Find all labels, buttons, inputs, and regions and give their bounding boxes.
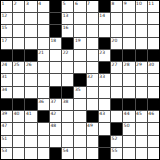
cell-r1c7[interactable]: 6 xyxy=(74,1,85,12)
clue-number-45: 45 xyxy=(136,111,142,116)
cell-r10c7[interactable] xyxy=(74,111,85,122)
clue-number-30: 30 xyxy=(148,62,154,67)
cell-r8c10[interactable] xyxy=(111,87,122,98)
cell-r8c12[interactable] xyxy=(136,87,147,98)
black-cell-r5c13 xyxy=(148,50,159,61)
cell-r7c9[interactable]: 33 xyxy=(99,74,110,85)
black-cell-r13c9 xyxy=(99,148,110,159)
cell-r1c3[interactable]: 3 xyxy=(25,1,36,12)
cell-r8c11[interactable] xyxy=(123,87,134,98)
cell-r13c11[interactable] xyxy=(123,148,134,159)
cell-r6c5[interactable] xyxy=(50,62,61,73)
cell-r12c4[interactable] xyxy=(38,136,49,147)
black-cell-r10c4 xyxy=(38,111,49,122)
clue-number-40: 40 xyxy=(14,111,20,116)
black-cell-r5c10 xyxy=(111,50,122,61)
cell-r7c5[interactable] xyxy=(50,74,61,85)
cell-r4c1[interactable]: 17 xyxy=(1,38,12,49)
black-cell-r9c12 xyxy=(136,99,147,110)
cell-r11c5[interactable]: 48 xyxy=(50,123,61,134)
cell-r3c2[interactable] xyxy=(13,25,24,36)
cell-r6c12[interactable]: 29 xyxy=(136,62,147,73)
clue-number-21: 21 xyxy=(38,50,44,55)
cell-r3c13[interactable] xyxy=(148,25,159,36)
clue-number-4: 4 xyxy=(38,1,41,6)
clue-number-48: 48 xyxy=(50,123,56,128)
cell-r2c10[interactable] xyxy=(111,13,122,24)
black-cell-r5c12 xyxy=(136,50,147,61)
clue-number-36: 36 xyxy=(38,99,44,104)
cell-r4c12[interactable] xyxy=(136,38,147,49)
cell-r12c11[interactable] xyxy=(123,136,134,147)
cell-r10c5[interactable]: 42 xyxy=(50,111,61,122)
clue-number-25: 25 xyxy=(14,62,20,67)
cell-r5c4[interactable]: 21 xyxy=(38,50,49,61)
black-cell-r5c1 xyxy=(1,50,12,61)
cell-r13c4[interactable] xyxy=(38,148,49,159)
clue-number-41: 41 xyxy=(26,111,32,116)
cell-r3c6[interactable]: 16 xyxy=(62,25,73,36)
clue-number-13: 13 xyxy=(63,13,69,18)
cell-r3c7[interactable] xyxy=(74,25,85,36)
cell-r12c5[interactable] xyxy=(50,136,61,147)
cell-r10c11[interactable]: 44 xyxy=(123,111,134,122)
cell-r3c9[interactable] xyxy=(99,25,110,36)
black-cell-r1c5 xyxy=(50,1,61,12)
cell-r11c6[interactable] xyxy=(62,123,73,134)
black-cell-r4c9 xyxy=(99,38,110,49)
cell-r11c9[interactable] xyxy=(99,123,110,134)
clue-number-6: 6 xyxy=(75,1,78,6)
cell-r2c2[interactable] xyxy=(13,13,24,24)
cell-r13c3[interactable] xyxy=(25,148,36,159)
clue-number-43: 43 xyxy=(99,111,105,116)
cell-r6c2[interactable]: 25 xyxy=(13,62,24,73)
cell-r10c13[interactable]: 46 xyxy=(148,111,159,122)
clue-number-51: 51 xyxy=(2,136,8,141)
cell-r2c13[interactable] xyxy=(148,13,159,24)
cell-r11c8[interactable]: 49 xyxy=(87,123,98,134)
black-cell-r9c10 xyxy=(111,99,122,110)
cell-r11c7[interactable] xyxy=(74,123,85,134)
cell-r8c2[interactable] xyxy=(13,87,24,98)
cell-r10c6[interactable] xyxy=(62,111,73,122)
cell-r10c1[interactable]: 39 xyxy=(1,111,12,122)
clue-number-46: 46 xyxy=(148,111,154,116)
black-cell-r12c9 xyxy=(99,136,110,147)
cell-r12c13[interactable] xyxy=(148,136,159,147)
black-cell-r10c8 xyxy=(87,111,98,122)
cell-r3c4[interactable] xyxy=(38,25,49,36)
clue-number-22: 22 xyxy=(63,50,69,55)
clue-number-55: 55 xyxy=(112,148,118,153)
cell-r6c10[interactable]: 27 xyxy=(111,62,122,73)
cell-r13c6[interactable]: 54 xyxy=(62,148,73,159)
black-cell-r9c3 xyxy=(25,99,36,110)
cell-r7c13[interactable] xyxy=(148,74,159,85)
clue-number-10: 10 xyxy=(136,1,142,6)
black-cell-r5c2 xyxy=(13,50,24,61)
cell-r4c3[interactable] xyxy=(25,38,36,49)
clue-number-33: 33 xyxy=(99,74,105,79)
cell-r1c13[interactable]: 11 xyxy=(148,1,159,12)
clue-number-27: 27 xyxy=(112,62,118,67)
cell-r10c3[interactable]: 41 xyxy=(25,111,36,122)
black-cell-r11c10 xyxy=(111,123,122,134)
clue-number-35: 35 xyxy=(75,87,81,92)
black-cell-r3c5 xyxy=(50,25,61,36)
cell-r2c9[interactable]: 14 xyxy=(99,13,110,24)
cell-r2c12[interactable] xyxy=(136,13,147,24)
cell-r2c6[interactable]: 13 xyxy=(62,13,73,24)
cell-r8c8[interactable] xyxy=(87,87,98,98)
black-cell-r9c13 xyxy=(148,99,159,110)
cell-r7c8[interactable]: 32 xyxy=(87,74,98,85)
clue-number-7: 7 xyxy=(87,1,90,6)
cell-r5c9[interactable]: 23 xyxy=(99,50,110,61)
cell-r6c3[interactable]: 26 xyxy=(25,62,36,73)
cell-r7c12[interactable] xyxy=(136,74,147,85)
clue-number-3: 3 xyxy=(26,1,29,6)
cell-r9c8[interactable] xyxy=(87,99,98,110)
cell-r6c1[interactable]: 24 xyxy=(1,62,12,73)
cell-r11c2[interactable] xyxy=(13,123,24,134)
cell-r4c4[interactable] xyxy=(38,38,49,49)
cell-r1c12[interactable]: 10 xyxy=(136,1,147,12)
clue-number-37: 37 xyxy=(50,99,56,104)
cell-r2c7[interactable] xyxy=(74,13,85,24)
cell-r8c4[interactable] xyxy=(38,87,49,98)
black-cell-r5c3 xyxy=(25,50,36,61)
cell-r8c13[interactable] xyxy=(148,87,159,98)
cell-r7c10[interactable] xyxy=(111,74,122,85)
cell-r11c1[interactable]: 47 xyxy=(1,123,12,134)
cell-r7c2[interactable] xyxy=(13,74,24,85)
black-cell-r9c1 xyxy=(1,99,12,110)
cell-r4c5[interactable]: 18 xyxy=(50,38,61,49)
cell-r6c4[interactable] xyxy=(38,62,49,73)
crossword-grid: 1234567891011121314151617181920212223242… xyxy=(0,0,160,160)
cell-r7c6[interactable] xyxy=(62,74,73,85)
cell-r4c11[interactable] xyxy=(123,38,134,49)
clue-number-15: 15 xyxy=(2,25,8,30)
cell-r4c13[interactable] xyxy=(148,38,159,49)
clue-number-52: 52 xyxy=(112,136,118,141)
clue-number-9: 9 xyxy=(124,1,127,6)
cell-r7c3[interactable] xyxy=(25,74,36,85)
clue-number-39: 39 xyxy=(2,111,8,116)
clue-number-18: 18 xyxy=(50,38,56,43)
clue-number-44: 44 xyxy=(124,111,130,116)
clue-number-28: 28 xyxy=(124,62,130,67)
clue-number-8: 8 xyxy=(112,1,115,6)
clue-number-14: 14 xyxy=(99,13,105,18)
cell-r12c1[interactable]: 51 xyxy=(1,136,12,147)
cell-r3c10[interactable] xyxy=(111,25,122,36)
cell-r1c10[interactable]: 8 xyxy=(111,1,122,12)
cell-r2c11[interactable] xyxy=(123,13,134,24)
black-cell-r9c11 xyxy=(123,99,134,110)
cell-r5c7[interactable] xyxy=(74,50,85,61)
cell-r12c10[interactable]: 52 xyxy=(111,136,122,147)
cell-r12c7[interactable] xyxy=(74,136,85,147)
cell-r9c4[interactable]: 36 xyxy=(38,99,49,110)
cell-r10c9[interactable]: 43 xyxy=(99,111,110,122)
cell-r8c1[interactable]: 34 xyxy=(1,87,12,98)
clue-number-23: 23 xyxy=(99,50,105,55)
cell-r6c8[interactable] xyxy=(87,62,98,73)
cell-r13c10[interactable]: 55 xyxy=(111,148,122,159)
black-cell-r4c6 xyxy=(62,38,73,49)
cell-r12c8[interactable] xyxy=(87,136,98,147)
cell-r8c7[interactable]: 35 xyxy=(74,87,85,98)
clue-number-5: 5 xyxy=(63,1,66,6)
cell-r5c8[interactable] xyxy=(87,50,98,61)
clue-number-19: 19 xyxy=(75,38,81,43)
cell-r12c2[interactable] xyxy=(13,136,24,147)
clue-number-47: 47 xyxy=(2,123,8,128)
black-cell-r8c5 xyxy=(50,87,61,98)
clue-number-42: 42 xyxy=(50,111,56,116)
cell-r8c3[interactable] xyxy=(25,87,36,98)
cell-r3c1[interactable]: 15 xyxy=(1,25,12,36)
black-cell-r9c2 xyxy=(13,99,24,110)
cell-r6c11[interactable]: 28 xyxy=(123,62,134,73)
black-cell-r7c7 xyxy=(74,74,85,85)
cell-r12c6[interactable] xyxy=(62,136,73,147)
cell-r3c3[interactable] xyxy=(25,25,36,36)
black-cell-r5c11 xyxy=(123,50,134,61)
cell-r13c12[interactable] xyxy=(136,148,147,159)
cell-r9c6[interactable]: 38 xyxy=(62,99,73,110)
clue-number-32: 32 xyxy=(87,74,93,79)
clue-number-26: 26 xyxy=(26,62,32,67)
cell-r10c12[interactable]: 45 xyxy=(136,111,147,122)
cell-r6c13[interactable]: 30 xyxy=(148,62,159,73)
cell-r6c6[interactable] xyxy=(62,62,73,73)
cell-r11c4[interactable] xyxy=(38,123,49,134)
cell-r11c3[interactable] xyxy=(25,123,36,134)
cell-r2c4[interactable] xyxy=(38,13,49,24)
cell-r6c7[interactable] xyxy=(74,62,85,73)
cell-r9c7[interactable] xyxy=(74,99,85,110)
clue-number-34: 34 xyxy=(2,87,8,92)
clue-number-1: 1 xyxy=(2,1,5,6)
black-cell-r6c9 xyxy=(99,62,110,73)
cell-r13c1[interactable]: 53 xyxy=(1,148,12,159)
cell-r10c2[interactable]: 40 xyxy=(13,111,24,122)
clue-number-12: 12 xyxy=(2,13,8,18)
cell-r3c12[interactable] xyxy=(136,25,147,36)
black-cell-r13c5 xyxy=(50,148,61,159)
cell-r10c10[interactable] xyxy=(111,111,122,122)
cell-r4c10[interactable]: 20 xyxy=(111,38,122,49)
cell-r2c3[interactable] xyxy=(25,13,36,24)
cell-r3c11[interactable] xyxy=(123,25,134,36)
cell-r4c2[interactable] xyxy=(13,38,24,49)
clue-number-53: 53 xyxy=(2,148,8,153)
cell-r9c5[interactable]: 37 xyxy=(50,99,61,110)
clue-number-29: 29 xyxy=(136,62,142,67)
cell-r11c13[interactable] xyxy=(148,123,159,134)
cell-r5c6[interactable]: 22 xyxy=(62,50,73,61)
clue-number-49: 49 xyxy=(87,123,93,128)
cell-r8c9[interactable] xyxy=(99,87,110,98)
black-cell-r1c9 xyxy=(99,1,110,12)
cell-r4c8[interactable] xyxy=(87,38,98,49)
cell-r2c8[interactable] xyxy=(87,13,98,24)
cell-r13c2[interactable] xyxy=(13,148,24,159)
clue-number-54: 54 xyxy=(63,148,69,153)
cell-r1c2[interactable]: 2 xyxy=(13,1,24,12)
clue-number-24: 24 xyxy=(2,62,8,67)
cell-r1c11[interactable]: 9 xyxy=(123,1,134,12)
cell-r3c8[interactable] xyxy=(87,25,98,36)
cell-r11c12[interactable] xyxy=(136,123,147,134)
cell-r7c4[interactable] xyxy=(38,74,49,85)
cell-r1c4[interactable]: 4 xyxy=(38,1,49,12)
clue-number-31: 31 xyxy=(2,74,8,79)
cell-r11c11[interactable]: 50 xyxy=(123,123,134,134)
clue-number-2: 2 xyxy=(14,1,17,6)
cell-r13c13[interactable] xyxy=(148,148,159,159)
cell-r12c12[interactable] xyxy=(136,136,147,147)
clue-number-38: 38 xyxy=(63,99,69,104)
clue-number-20: 20 xyxy=(112,38,118,43)
cell-r12c3[interactable] xyxy=(25,136,36,147)
clue-number-16: 16 xyxy=(63,25,69,30)
clue-number-17: 17 xyxy=(2,38,8,43)
clue-number-11: 11 xyxy=(148,1,154,6)
cell-r2c1[interactable]: 12 xyxy=(1,13,12,24)
black-cell-r2c5 xyxy=(50,13,61,24)
cell-r1c1[interactable]: 1 xyxy=(1,1,12,12)
cell-r4c7[interactable]: 19 xyxy=(74,38,85,49)
cell-r13c8[interactable] xyxy=(87,148,98,159)
cell-r1c8[interactable]: 7 xyxy=(87,1,98,12)
black-cell-r8c6 xyxy=(62,87,73,98)
cell-r7c11[interactable] xyxy=(123,74,134,85)
cell-r7c1[interactable]: 31 xyxy=(1,74,12,85)
clue-number-50: 50 xyxy=(124,123,130,128)
cell-r13c7[interactable] xyxy=(74,148,85,159)
cell-r5c5[interactable] xyxy=(50,50,61,61)
cell-r1c6[interactable]: 5 xyxy=(62,1,73,12)
cell-r9c9[interactable] xyxy=(99,99,110,110)
